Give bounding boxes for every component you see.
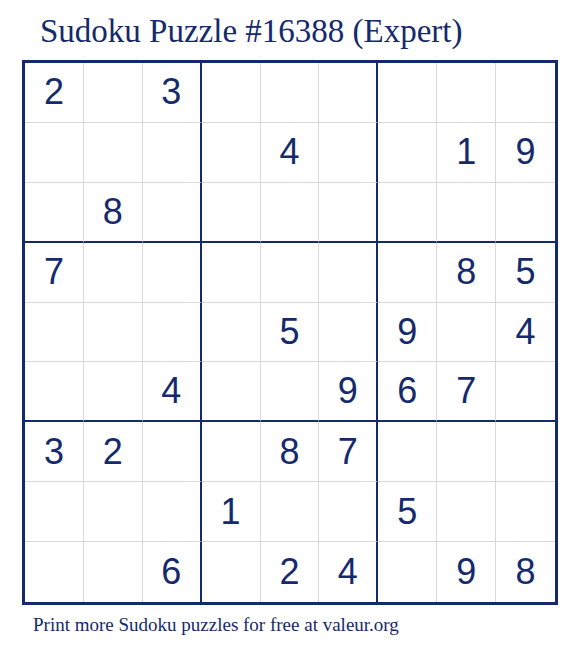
cell-r2c8-given-1[interactable]: 1 [437, 123, 496, 183]
cell-r7c5-given-8[interactable]: 8 [261, 422, 320, 482]
cell-r4c5[interactable] [261, 243, 320, 303]
cell-r5c6[interactable] [319, 303, 378, 363]
cell-r8c5[interactable] [261, 482, 320, 542]
cell-r1c9[interactable] [496, 63, 555, 123]
cell-r6c6-given-9[interactable]: 9 [319, 362, 378, 422]
cell-r4c7[interactable] [378, 243, 437, 303]
cell-r4c9-given-5[interactable]: 5 [496, 243, 555, 303]
cell-r1c6[interactable] [319, 63, 378, 123]
cell-r3c8[interactable] [437, 183, 496, 243]
cell-r5c8[interactable] [437, 303, 496, 363]
cell-r5c3[interactable] [143, 303, 202, 363]
cell-r1c1-given-2[interactable]: 2 [25, 63, 84, 123]
cell-r8c1[interactable] [25, 482, 84, 542]
cell-r3c4[interactable] [202, 183, 261, 243]
page-title: Sudoku Puzzle #16388 (Expert) [40, 13, 463, 49]
cell-r6c2[interactable] [84, 362, 143, 422]
cell-r3c7[interactable] [378, 183, 437, 243]
cell-r2c5-given-4[interactable]: 4 [261, 123, 320, 183]
cell-r2c4[interactable] [202, 123, 261, 183]
cell-r8c3[interactable] [143, 482, 202, 542]
cell-r5c9-given-4[interactable]: 4 [496, 303, 555, 363]
sudoku-board: 234198785594496732871562498 [22, 60, 558, 605]
cell-r7c2-given-2[interactable]: 2 [84, 422, 143, 482]
cell-r9c8-given-9[interactable]: 9 [437, 542, 496, 602]
cell-r7c7[interactable] [378, 422, 437, 482]
footer-text: Print more Sudoku puzzles for free at va… [33, 614, 399, 636]
cell-r6c9[interactable] [496, 362, 555, 422]
cell-r8c9[interactable] [496, 482, 555, 542]
cell-r8c8[interactable] [437, 482, 496, 542]
cell-r1c3-given-3[interactable]: 3 [143, 63, 202, 123]
cell-r4c8-given-8[interactable]: 8 [437, 243, 496, 303]
cell-r9c6-given-4[interactable]: 4 [319, 542, 378, 602]
cell-r1c2[interactable] [84, 63, 143, 123]
cell-r4c1-given-7[interactable]: 7 [25, 243, 84, 303]
cell-r3c1[interactable] [25, 183, 84, 243]
cell-r6c4[interactable] [202, 362, 261, 422]
cell-r5c7-given-9[interactable]: 9 [378, 303, 437, 363]
cell-r6c5[interactable] [261, 362, 320, 422]
cell-r9c3-given-6[interactable]: 6 [143, 542, 202, 602]
cell-r8c7-given-5[interactable]: 5 [378, 482, 437, 542]
cell-r5c2[interactable] [84, 303, 143, 363]
cell-r5c5-given-5[interactable]: 5 [261, 303, 320, 363]
cell-r7c9[interactable] [496, 422, 555, 482]
cell-r2c9-given-9[interactable]: 9 [496, 123, 555, 183]
cell-r7c4[interactable] [202, 422, 261, 482]
cell-r4c6[interactable] [319, 243, 378, 303]
cell-r7c3[interactable] [143, 422, 202, 482]
cell-r3c2-given-8[interactable]: 8 [84, 183, 143, 243]
page: Sudoku Puzzle #16388 (Expert) 2341987855… [0, 0, 580, 651]
cell-r4c4[interactable] [202, 243, 261, 303]
cell-r3c5[interactable] [261, 183, 320, 243]
cell-r4c2[interactable] [84, 243, 143, 303]
cell-r9c7[interactable] [378, 542, 437, 602]
cell-r1c7[interactable] [378, 63, 437, 123]
cell-r2c1[interactable] [25, 123, 84, 183]
cell-r4c3[interactable] [143, 243, 202, 303]
cell-r3c9[interactable] [496, 183, 555, 243]
cell-r6c7-given-6[interactable]: 6 [378, 362, 437, 422]
cell-r5c4[interactable] [202, 303, 261, 363]
cell-r3c6[interactable] [319, 183, 378, 243]
cell-r9c5-given-2[interactable]: 2 [261, 542, 320, 602]
cell-r9c1[interactable] [25, 542, 84, 602]
cell-r9c4[interactable] [202, 542, 261, 602]
cell-r7c8[interactable] [437, 422, 496, 482]
cell-r6c1[interactable] [25, 362, 84, 422]
cell-r7c6-given-7[interactable]: 7 [319, 422, 378, 482]
cell-r9c2[interactable] [84, 542, 143, 602]
cell-r5c1[interactable] [25, 303, 84, 363]
cell-r7c1-given-3[interactable]: 3 [25, 422, 84, 482]
cell-r8c4-given-1[interactable]: 1 [202, 482, 261, 542]
cell-r6c3-given-4[interactable]: 4 [143, 362, 202, 422]
cell-r8c6[interactable] [319, 482, 378, 542]
cell-r3c3[interactable] [143, 183, 202, 243]
cell-r9c9-given-8[interactable]: 8 [496, 542, 555, 602]
cell-r6c8-given-7[interactable]: 7 [437, 362, 496, 422]
cell-r1c4[interactable] [202, 63, 261, 123]
cell-r1c8[interactable] [437, 63, 496, 123]
cell-r2c2[interactable] [84, 123, 143, 183]
cell-r8c2[interactable] [84, 482, 143, 542]
cell-r2c3[interactable] [143, 123, 202, 183]
cell-r2c6[interactable] [319, 123, 378, 183]
cell-r2c7[interactable] [378, 123, 437, 183]
cell-r1c5[interactable] [261, 63, 320, 123]
